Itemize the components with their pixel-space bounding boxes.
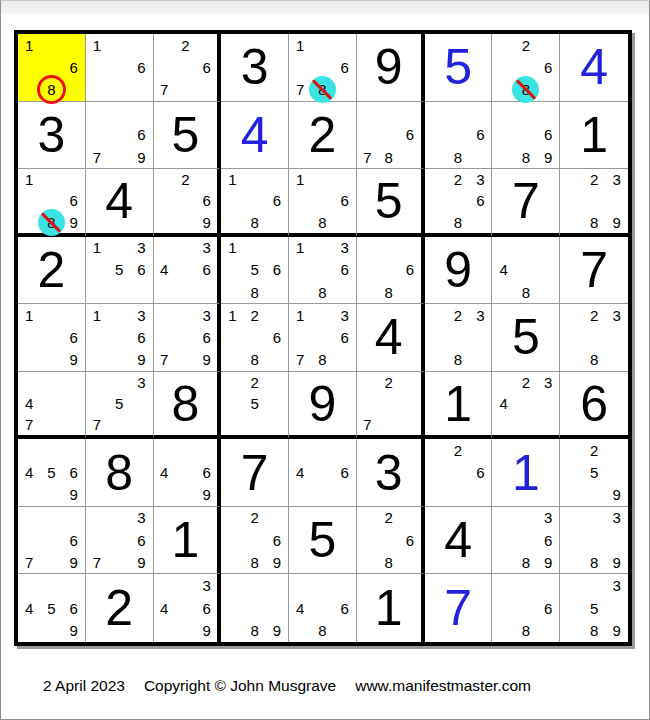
candidate-6: 6 [334, 326, 356, 348]
candidate-6: 6 [196, 326, 217, 348]
empty-candidate-slot [18, 529, 40, 551]
empty-candidate-slot [560, 484, 583, 506]
candidate-grid: 168 [289, 169, 356, 233]
cell-r9c4[interactable]: 89 [221, 574, 289, 642]
empty-candidate-slot [108, 529, 130, 551]
empty-candidate-slot [18, 56, 40, 78]
candidate-3: 3 [130, 372, 152, 393]
candidate-6: 6 [196, 597, 217, 620]
empty-candidate-slot [515, 259, 537, 281]
empty-candidate-slot [86, 56, 108, 78]
cell-r1c8[interactable]: 268 [492, 34, 560, 102]
candidate-grid: 4569 [18, 439, 85, 506]
empty-candidate-slot [154, 439, 175, 461]
candidate-grid: 3469 [154, 574, 218, 642]
empty-candidate-slot [196, 169, 217, 190]
candidate-6: 6 [266, 326, 288, 348]
candidate-5: 5 [583, 597, 606, 620]
empty-candidate-slot [515, 393, 537, 414]
empty-candidate-slot [266, 211, 288, 232]
solved-digit: 9 [375, 42, 403, 92]
candidate-8: 8 [447, 146, 469, 168]
cell-r6c6[interactable]: 27 [357, 372, 425, 440]
empty-candidate-slot [334, 484, 356, 506]
empty-candidate-slot [175, 237, 196, 259]
empty-candidate-slot [154, 304, 175, 326]
cell-r8c7[interactable]: 4 [425, 507, 493, 575]
empty-candidate-slot [560, 574, 583, 597]
empty-candidate-slot [108, 56, 130, 78]
empty-candidate-slot [86, 124, 108, 146]
candidate-grid: 3589 [560, 574, 628, 642]
cell-r2c5[interactable]: 2 [289, 102, 357, 170]
cell-r5c1[interactable]: 169 [18, 304, 86, 372]
empty-candidate-slot [311, 484, 333, 506]
candidate-9: 9 [196, 484, 217, 506]
empty-candidate-slot [40, 393, 62, 414]
cell-r3c8[interactable]: 7 [492, 169, 560, 237]
candidate-1: 1 [221, 304, 243, 326]
candidate-grid: 389 [560, 507, 628, 574]
empty-candidate-slot [108, 372, 130, 393]
cell-r1c1[interactable]: 168 [18, 34, 86, 102]
empty-candidate-slot [130, 393, 152, 414]
cell-r7c2[interactable]: 8 [86, 439, 154, 507]
cell-r4c8[interactable]: 48 [492, 237, 560, 305]
empty-candidate-slot [40, 439, 62, 461]
cell-r8c9[interactable]: 389 [560, 507, 628, 575]
empty-candidate-slot [108, 34, 130, 56]
empty-candidate-slot [469, 146, 491, 168]
candidate-6: 6 [469, 124, 491, 146]
empty-candidate-slot [447, 190, 469, 211]
candidate-1: 1 [18, 34, 40, 56]
empty-candidate-slot [560, 349, 583, 371]
cell-r5c2[interactable]: 1369 [86, 304, 154, 372]
cell-r9c1[interactable]: 4569 [18, 574, 86, 642]
candidate-grid: 1678 [289, 34, 356, 101]
cell-r8c3[interactable]: 1 [154, 507, 222, 575]
solved-digit-blue: 4 [241, 110, 269, 160]
empty-candidate-slot [244, 529, 266, 551]
empty-candidate-slot [63, 78, 85, 100]
empty-candidate-slot [492, 414, 514, 435]
cell-r5c9[interactable]: 238 [560, 304, 628, 372]
cell-r6c3[interactable]: 8 [154, 372, 222, 440]
empty-candidate-slot [399, 551, 420, 573]
cell-r4c7[interactable]: 9 [425, 237, 493, 305]
empty-candidate-slot [311, 237, 333, 259]
cell-r3c5[interactable]: 168 [289, 169, 357, 237]
candidate-4: 4 [492, 393, 514, 414]
candidate-6: 6 [130, 529, 152, 551]
cell-r7c9[interactable]: 259 [560, 439, 628, 507]
solved-digit-blue: 1 [512, 448, 540, 498]
cell-r9c3[interactable]: 3469 [154, 574, 222, 642]
cell-r2c9[interactable]: 1 [560, 102, 628, 170]
candidate-3: 3 [605, 304, 628, 326]
candidate-2: 2 [378, 372, 399, 393]
empty-candidate-slot [492, 372, 514, 393]
solved-digit: 5 [512, 312, 540, 362]
empty-candidate-slot [63, 393, 85, 414]
cell-r2c6[interactable]: 678 [357, 102, 425, 170]
empty-candidate-slot [515, 529, 537, 551]
cell-r1c2[interactable]: 16 [86, 34, 154, 102]
candidate-8: 8 [244, 281, 266, 303]
candidate-6: 6 [334, 597, 356, 620]
empty-candidate-slot [63, 574, 85, 597]
empty-candidate-slot [469, 484, 491, 506]
candidate-8-eliminated: 8 [40, 211, 62, 232]
empty-candidate-slot [18, 619, 40, 642]
candidate-1: 1 [221, 169, 243, 190]
empty-candidate-slot [560, 211, 583, 232]
empty-candidate-slot [266, 414, 288, 435]
candidate-grid: 169 [18, 304, 85, 371]
candidate-2: 2 [583, 169, 606, 190]
candidate-3: 3 [537, 372, 559, 393]
cell-r4c2[interactable]: 1356 [86, 237, 154, 305]
solved-digit: 2 [309, 110, 337, 160]
cell-r7c3[interactable]: 469 [154, 439, 222, 507]
candidate-2: 2 [378, 507, 399, 529]
empty-candidate-slot [175, 439, 196, 461]
candidate-1: 1 [86, 304, 108, 326]
empty-candidate-slot [154, 619, 175, 642]
candidate-8: 8 [583, 211, 606, 232]
empty-candidate-slot [334, 574, 356, 597]
cell-r1c4[interactable]: 3 [221, 34, 289, 102]
cell-r7c5[interactable]: 46 [289, 439, 357, 507]
candidate-8: 8 [515, 146, 537, 168]
candidate-9: 9 [266, 619, 288, 642]
footer-copyright: Copyright © John Musgrave [144, 677, 336, 695]
empty-candidate-slot [560, 326, 583, 348]
cell-r2c3[interactable]: 5 [154, 102, 222, 170]
candidate-6: 6 [399, 259, 420, 281]
candidate-9: 9 [537, 551, 559, 573]
cell-r9c6[interactable]: 1 [357, 574, 425, 642]
empty-candidate-slot [221, 619, 243, 642]
empty-candidate-slot [425, 190, 447, 211]
empty-candidate-slot [244, 190, 266, 211]
empty-candidate-slot [583, 484, 606, 506]
candidate-grid: 168 [18, 34, 85, 101]
candidate-9: 9 [130, 349, 152, 371]
empty-candidate-slot [537, 78, 559, 100]
empty-candidate-slot [175, 574, 196, 597]
cell-r6c7[interactable]: 1 [425, 372, 493, 440]
cell-r1c9[interactable]: 4 [560, 34, 628, 102]
empty-candidate-slot [18, 574, 40, 597]
candidate-4: 4 [154, 259, 175, 281]
empty-candidate-slot [289, 439, 311, 461]
candidate-3: 3 [130, 507, 152, 529]
candidate-9: 9 [605, 484, 628, 506]
cell-r4c3[interactable]: 346 [154, 237, 222, 305]
empty-candidate-slot [399, 393, 420, 414]
candidate-6: 6 [63, 597, 85, 620]
empty-candidate-slot [18, 439, 40, 461]
empty-candidate-slot [425, 102, 447, 124]
window-top-strip [1, 1, 649, 15]
cell-r4c9[interactable]: 7 [560, 237, 628, 305]
candidate-9: 9 [266, 551, 288, 573]
candidate-3: 3 [334, 237, 356, 259]
cell-r7c7[interactable]: 26 [425, 439, 493, 507]
candidate-6: 6 [63, 190, 85, 211]
empty-candidate-slot [289, 574, 311, 597]
cell-r8c4[interactable]: 2689 [221, 507, 289, 575]
solved-digit: 7 [241, 448, 269, 498]
empty-candidate-slot [175, 259, 196, 281]
empty-candidate-slot [399, 281, 420, 303]
empty-candidate-slot [583, 529, 606, 551]
cell-r9c7[interactable]: 7 [425, 574, 493, 642]
empty-candidate-slot [154, 326, 175, 348]
empty-candidate-slot [175, 281, 196, 303]
candidate-3: 3 [130, 237, 152, 259]
candidate-8: 8 [378, 281, 399, 303]
empty-candidate-slot [560, 551, 583, 573]
candidate-9: 9 [63, 484, 85, 506]
cell-r5c4[interactable]: 1268 [221, 304, 289, 372]
empty-candidate-slot [18, 484, 40, 506]
empty-candidate-slot [63, 34, 85, 56]
empty-candidate-slot [583, 574, 606, 597]
solved-digit: 3 [241, 42, 269, 92]
candidate-8: 8 [311, 211, 333, 232]
empty-candidate-slot [266, 169, 288, 190]
candidate-3: 3 [605, 169, 628, 190]
empty-candidate-slot [311, 439, 333, 461]
candidate-8: 8 [244, 619, 266, 642]
solved-digit: 4 [105, 176, 133, 226]
candidate-8: 8 [583, 619, 606, 642]
cell-r7c1[interactable]: 4569 [18, 439, 86, 507]
empty-candidate-slot [289, 259, 311, 281]
candidate-8: 8 [515, 281, 537, 303]
empty-candidate-slot [378, 529, 399, 551]
cell-r8c2[interactable]: 3679 [86, 507, 154, 575]
empty-candidate-slot [175, 619, 196, 642]
cell-r5c6[interactable]: 4 [357, 304, 425, 372]
cell-r5c3[interactable]: 3679 [154, 304, 222, 372]
solved-digit: 1 [444, 379, 472, 429]
cell-r8c8[interactable]: 3689 [492, 507, 560, 575]
cell-r3c9[interactable]: 2389 [560, 169, 628, 237]
cell-r3c6[interactable]: 5 [357, 169, 425, 237]
empty-candidate-slot [108, 237, 130, 259]
candidate-5: 5 [583, 462, 606, 484]
page: 1681626731678952684367954267868689116894… [0, 0, 650, 720]
candidate-9: 9 [196, 211, 217, 232]
candidate-8: 8 [515, 619, 537, 642]
empty-candidate-slot [130, 78, 152, 100]
empty-candidate-slot [492, 56, 514, 78]
empty-candidate-slot [289, 190, 311, 211]
empty-candidate-slot [40, 349, 62, 371]
empty-candidate-slot [583, 507, 606, 529]
candidate-8: 8 [583, 349, 606, 371]
empty-candidate-slot [40, 372, 62, 393]
empty-candidate-slot [266, 507, 288, 529]
empty-candidate-slot [40, 529, 62, 551]
empty-candidate-slot [221, 372, 243, 393]
candidate-1: 1 [18, 169, 40, 190]
empty-candidate-slot [18, 190, 40, 211]
cell-r7c4[interactable]: 7 [221, 439, 289, 507]
empty-candidate-slot [86, 259, 108, 281]
empty-candidate-slot [334, 78, 356, 100]
candidate-4: 4 [289, 597, 311, 620]
cell-r4c4[interactable]: 1568 [221, 237, 289, 305]
candidate-grid: 46 [289, 439, 356, 506]
candidate-3: 3 [196, 237, 217, 259]
candidate-9: 9 [196, 349, 217, 371]
candidate-4: 4 [289, 462, 311, 484]
candidate-1: 1 [18, 304, 40, 326]
empty-candidate-slot [560, 439, 583, 461]
cell-r3c3[interactable]: 269 [154, 169, 222, 237]
empty-candidate-slot [154, 237, 175, 259]
candidate-7: 7 [18, 551, 40, 573]
cell-r5c8[interactable]: 5 [492, 304, 560, 372]
cell-r6c1[interactable]: 47 [18, 372, 86, 440]
empty-candidate-slot [154, 484, 175, 506]
empty-candidate-slot [492, 124, 514, 146]
empty-candidate-slot [492, 574, 514, 597]
empty-candidate-slot [221, 281, 243, 303]
empty-candidate-slot [537, 34, 559, 56]
empty-candidate-slot [266, 597, 288, 620]
cell-r2c2[interactable]: 679 [86, 102, 154, 170]
solved-digit: 1 [172, 515, 200, 565]
empty-candidate-slot [537, 259, 559, 281]
empty-candidate-slot [175, 304, 196, 326]
cell-r4c5[interactable]: 1368 [289, 237, 357, 305]
cell-r4c1[interactable]: 2 [18, 237, 86, 305]
candidate-7: 7 [154, 349, 175, 371]
cell-r2c7[interactable]: 68 [425, 102, 493, 170]
candidate-4: 4 [18, 393, 40, 414]
cell-r4c6[interactable]: 68 [357, 237, 425, 305]
empty-candidate-slot [334, 619, 356, 642]
cell-r3c1[interactable]: 1689 [18, 169, 86, 237]
cell-r1c5[interactable]: 1678 [289, 34, 357, 102]
candidate-8: 8 [311, 619, 333, 642]
candidate-6: 6 [130, 259, 152, 281]
cell-r6c2[interactable]: 357 [86, 372, 154, 440]
cell-r2c4[interactable]: 4 [221, 102, 289, 170]
cell-r6c4[interactable]: 25 [221, 372, 289, 440]
cell-r3c7[interactable]: 2368 [425, 169, 493, 237]
empty-candidate-slot [425, 169, 447, 190]
cell-r5c7[interactable]: 238 [425, 304, 493, 372]
candidate-grid: 3679 [154, 304, 218, 371]
candidate-grid: 26 [425, 439, 492, 506]
solved-digit: 1 [375, 583, 403, 633]
cell-r6c9[interactable]: 6 [560, 372, 628, 440]
cell-r8c6[interactable]: 268 [357, 507, 425, 575]
empty-candidate-slot [492, 237, 514, 259]
candidate-6: 6 [63, 326, 85, 348]
empty-candidate-slot [537, 102, 559, 124]
candidate-8-eliminated: 8 [311, 78, 333, 100]
candidate-6: 6 [63, 529, 85, 551]
cell-r9c5[interactable]: 468 [289, 574, 357, 642]
empty-candidate-slot [537, 574, 559, 597]
empty-candidate-slot [289, 211, 311, 232]
cell-r2c1[interactable]: 3 [18, 102, 86, 170]
candidate-9: 9 [63, 551, 85, 573]
cell-r9c2[interactable]: 2 [86, 574, 154, 642]
cell-r9c9[interactable]: 3589 [560, 574, 628, 642]
empty-candidate-slot [196, 34, 217, 56]
cell-r1c7[interactable]: 5 [425, 34, 493, 102]
empty-candidate-slot [447, 124, 469, 146]
candidate-grid: 89 [221, 574, 288, 642]
candidate-2: 2 [515, 34, 537, 56]
candidate-6: 6 [334, 190, 356, 211]
cell-r8c5[interactable]: 5 [289, 507, 357, 575]
cell-r7c8[interactable]: 1 [492, 439, 560, 507]
cell-r3c2[interactable]: 4 [86, 169, 154, 237]
cell-r3c4[interactable]: 168 [221, 169, 289, 237]
empty-candidate-slot [334, 349, 356, 371]
empty-candidate-slot [175, 462, 196, 484]
cell-r2c8[interactable]: 689 [492, 102, 560, 170]
empty-candidate-slot [40, 326, 62, 348]
candidate-9: 9 [605, 619, 628, 642]
candidate-3: 3 [605, 574, 628, 597]
candidate-grid: 68 [492, 574, 559, 642]
candidate-6: 6 [537, 56, 559, 78]
empty-candidate-slot [86, 349, 108, 371]
candidate-6: 6 [537, 529, 559, 551]
candidate-6: 6 [334, 462, 356, 484]
empty-candidate-slot [154, 34, 175, 56]
candidate-6: 6 [130, 326, 152, 348]
cell-r7c6[interactable]: 3 [357, 439, 425, 507]
cell-r6c8[interactable]: 234 [492, 372, 560, 440]
candidate-grid: 357 [86, 372, 153, 436]
candidate-2: 2 [175, 169, 196, 190]
cell-r6c5[interactable]: 9 [289, 372, 357, 440]
empty-candidate-slot [537, 414, 559, 435]
empty-candidate-slot [357, 529, 378, 551]
empty-candidate-slot [196, 78, 217, 100]
empty-candidate-slot [244, 326, 266, 348]
candidate-8: 8 [447, 211, 469, 232]
solved-digit: 4 [444, 515, 472, 565]
empty-candidate-slot [537, 393, 559, 414]
cell-r9c8[interactable]: 68 [492, 574, 560, 642]
cell-r5c5[interactable]: 13678 [289, 304, 357, 372]
empty-candidate-slot [357, 102, 378, 124]
candidate-8: 8 [378, 146, 399, 168]
candidate-8: 8 [311, 281, 333, 303]
empty-candidate-slot [357, 551, 378, 573]
cell-r8c1[interactable]: 679 [18, 507, 86, 575]
empty-candidate-slot [378, 124, 399, 146]
candidate-6: 6 [399, 124, 420, 146]
cell-r1c3[interactable]: 267 [154, 34, 222, 102]
empty-candidate-slot [515, 507, 537, 529]
cell-r1c6[interactable]: 9 [357, 34, 425, 102]
empty-candidate-slot [221, 507, 243, 529]
